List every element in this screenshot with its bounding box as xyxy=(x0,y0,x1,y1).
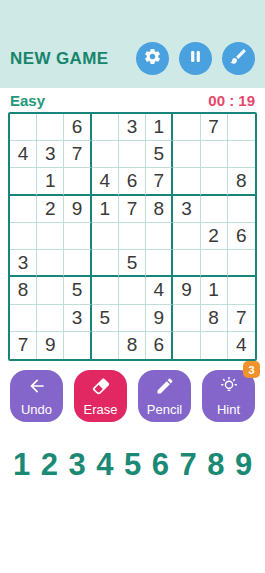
theme-button[interactable] xyxy=(222,42,255,75)
cell-r2c7[interactable] xyxy=(173,141,200,168)
pause-icon xyxy=(186,47,205,70)
cell-r7c3[interactable]: 5 xyxy=(64,277,91,304)
cell-r4c8[interactable] xyxy=(201,196,228,223)
cell-r9c3[interactable] xyxy=(64,332,91,359)
number-pad: 123456789 xyxy=(0,448,265,482)
cell-r8c6[interactable]: 9 xyxy=(146,305,173,332)
cell-r5c1[interactable] xyxy=(10,223,37,250)
cell-r5c3[interactable] xyxy=(64,223,91,250)
cell-r5c2[interactable] xyxy=(37,223,64,250)
numpad-6[interactable]: 6 xyxy=(147,448,174,482)
cell-r7c7[interactable]: 9 xyxy=(173,277,200,304)
cell-r7c6[interactable]: 4 xyxy=(146,277,173,304)
cell-r3c7[interactable] xyxy=(173,168,200,195)
arrow-left-icon xyxy=(27,376,47,400)
pencil-button[interactable]: Pencil xyxy=(138,370,191,422)
gear-icon xyxy=(143,47,162,70)
eraser-icon xyxy=(91,376,111,400)
cell-r5c6[interactable] xyxy=(146,223,173,250)
hint-label: Hint xyxy=(217,402,240,417)
cell-r8c1[interactable] xyxy=(10,305,37,332)
cell-r6c8[interactable] xyxy=(201,250,228,277)
cell-r2c8[interactable] xyxy=(201,141,228,168)
hint-badge: 3 xyxy=(243,361,260,378)
cell-r1c4[interactable] xyxy=(92,114,119,141)
cell-r2c4[interactable] xyxy=(92,141,119,168)
cell-r9c8[interactable] xyxy=(201,332,228,359)
cell-r8c5[interactable] xyxy=(119,305,146,332)
cell-r6c3[interactable] xyxy=(64,250,91,277)
cell-r4c3[interactable]: 9 xyxy=(64,196,91,223)
cell-r7c5[interactable] xyxy=(119,277,146,304)
cell-r2c3[interactable]: 7 xyxy=(64,141,91,168)
pencil-label: Pencil xyxy=(147,402,182,417)
pencil-icon xyxy=(155,376,175,400)
cell-r1c1[interactable] xyxy=(10,114,37,141)
lightbulb-icon xyxy=(219,376,239,400)
cell-r1c8[interactable]: 7 xyxy=(201,114,228,141)
cell-r8c9[interactable]: 7 xyxy=(228,305,255,332)
cell-r1c6[interactable]: 1 xyxy=(146,114,173,141)
cell-r1c7[interactable] xyxy=(173,114,200,141)
pause-button[interactable] xyxy=(179,42,212,75)
cell-r4c9[interactable] xyxy=(228,196,255,223)
cell-r8c8[interactable]: 8 xyxy=(201,305,228,332)
cell-r7c8[interactable]: 1 xyxy=(201,277,228,304)
undo-label: Undo xyxy=(21,402,52,417)
cell-r9c1[interactable]: 7 xyxy=(10,332,37,359)
cell-r9c7[interactable] xyxy=(173,332,200,359)
numpad-7[interactable]: 7 xyxy=(175,448,202,482)
cell-r7c9[interactable] xyxy=(228,277,255,304)
cell-r8c3[interactable]: 3 xyxy=(64,305,91,332)
cell-r3c4[interactable]: 4 xyxy=(92,168,119,195)
toolbar: Undo Erase Pencil 3 xyxy=(0,370,265,422)
cell-r2c6[interactable]: 5 xyxy=(146,141,173,168)
cell-r3c6[interactable]: 7 xyxy=(146,168,173,195)
cell-r9c9[interactable]: 4 xyxy=(228,332,255,359)
cell-r3c8[interactable] xyxy=(201,168,228,195)
cell-r8c4[interactable]: 5 xyxy=(92,305,119,332)
cell-r4c7[interactable]: 3 xyxy=(173,196,200,223)
cell-r3c9[interactable]: 8 xyxy=(228,168,255,195)
cell-r7c2[interactable] xyxy=(37,277,64,304)
cell-r1c2[interactable] xyxy=(37,114,64,141)
cell-r2c5[interactable] xyxy=(119,141,146,168)
cell-r9c2[interactable]: 9 xyxy=(37,332,64,359)
cell-r6c5[interactable]: 5 xyxy=(119,250,146,277)
brush-icon xyxy=(229,47,248,70)
cell-r9c4[interactable] xyxy=(92,332,119,359)
status-row: Easy 00 : 19 xyxy=(0,88,265,112)
erase-button[interactable]: Erase xyxy=(74,370,127,422)
cell-r7c4[interactable] xyxy=(92,277,119,304)
timer: 00 : 19 xyxy=(208,92,255,109)
numpad-5[interactable]: 5 xyxy=(119,448,146,482)
cell-r4c4[interactable]: 1 xyxy=(92,196,119,223)
cell-r6c9[interactable] xyxy=(228,250,255,277)
numpad-1[interactable]: 1 xyxy=(8,448,35,482)
page-title: NEW GAME xyxy=(10,42,109,75)
hint-button[interactable]: 3 Hint xyxy=(202,370,255,422)
cell-r4c1[interactable] xyxy=(10,196,37,223)
sudoku-grid: 63174375146782917832635854913598779864 xyxy=(8,112,257,361)
cell-r6c4[interactable] xyxy=(92,250,119,277)
cell-r5c8[interactable]: 2 xyxy=(201,223,228,250)
settings-button[interactable] xyxy=(136,42,169,75)
grid-wrap: 63174375146782917832635854913598779864 xyxy=(0,112,265,361)
numpad-3[interactable]: 3 xyxy=(64,448,91,482)
cell-r9c6[interactable]: 6 xyxy=(146,332,173,359)
cell-r2c2[interactable]: 3 xyxy=(37,141,64,168)
cell-r4c2[interactable]: 2 xyxy=(37,196,64,223)
header: NEW GAME xyxy=(0,0,265,88)
cell-r3c5[interactable]: 6 xyxy=(119,168,146,195)
cell-r1c9[interactable] xyxy=(228,114,255,141)
cell-r6c1[interactable]: 3 xyxy=(10,250,37,277)
numpad-2[interactable]: 2 xyxy=(36,448,63,482)
undo-button[interactable]: Undo xyxy=(10,370,63,422)
cell-r4c5[interactable]: 7 xyxy=(119,196,146,223)
cell-r5c5[interactable] xyxy=(119,223,146,250)
cell-r5c9[interactable]: 6 xyxy=(228,223,255,250)
cell-r2c1[interactable]: 4 xyxy=(10,141,37,168)
numpad-8[interactable]: 8 xyxy=(202,448,229,482)
cell-r8c2[interactable] xyxy=(37,305,64,332)
erase-label: Erase xyxy=(84,402,118,417)
cell-r7c1[interactable]: 8 xyxy=(10,277,37,304)
header-buttons xyxy=(136,42,255,75)
cell-r6c7[interactable] xyxy=(173,250,200,277)
cell-r1c3[interactable]: 6 xyxy=(64,114,91,141)
cell-r4c6[interactable]: 8 xyxy=(146,196,173,223)
cell-r6c6[interactable] xyxy=(146,250,173,277)
cell-r2c9[interactable] xyxy=(228,141,255,168)
cell-r9c5[interactable]: 8 xyxy=(119,332,146,359)
cell-r6c2[interactable] xyxy=(37,250,64,277)
difficulty-label: Easy xyxy=(10,92,45,109)
cell-r8c7[interactable] xyxy=(173,305,200,332)
cell-r3c2[interactable]: 1 xyxy=(37,168,64,195)
cell-r3c3[interactable] xyxy=(64,168,91,195)
cell-r5c4[interactable] xyxy=(92,223,119,250)
cell-r1c5[interactable]: 3 xyxy=(119,114,146,141)
numpad-4[interactable]: 4 xyxy=(91,448,118,482)
numpad-9[interactable]: 9 xyxy=(230,448,257,482)
cell-r3c1[interactable] xyxy=(10,168,37,195)
cell-r5c7[interactable] xyxy=(173,223,200,250)
